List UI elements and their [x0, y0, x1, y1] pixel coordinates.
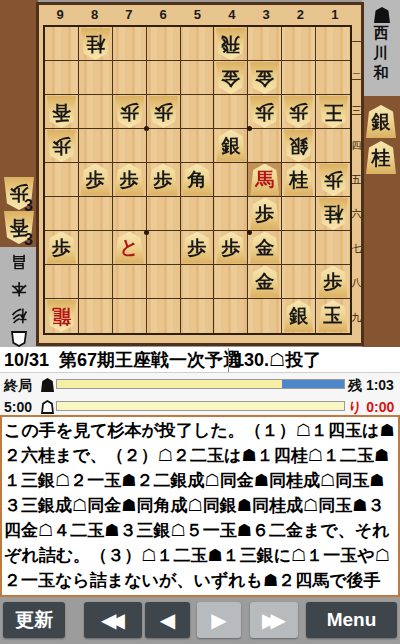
hand-piece-count: 3 — [24, 231, 33, 249]
sente-time-bar — [56, 379, 345, 389]
square-6二 — [147, 61, 181, 95]
sente-piece-馬: 馬 — [250, 164, 279, 196]
clock-panel: 終局 残 1:03 5:00 り 0:00 — [0, 373, 400, 415]
square-5二 — [181, 61, 215, 95]
current-move-label: 130.☖投了 — [234, 347, 321, 373]
square-5一 — [181, 27, 215, 61]
gote-clock-label: 5:00 — [4, 399, 32, 415]
sente-piece-金: 金 — [250, 232, 279, 264]
sente-piece-歩: 歩 — [319, 266, 348, 298]
sente-piece-玉: 玉 — [319, 300, 348, 332]
sente-piece-歩: 歩 — [182, 232, 211, 264]
square-3七: 金 — [248, 231, 282, 265]
sente-clock-row: 終局 残 1:03 — [0, 375, 400, 395]
square-8四 — [79, 129, 113, 163]
sente-piece-桂: 桂 — [284, 164, 313, 196]
square-5五: 角 — [181, 163, 215, 197]
file-coordinate-labels: 987654321 — [43, 7, 352, 23]
square-3五: 馬 — [248, 163, 282, 197]
hoshi-dot — [247, 230, 252, 235]
sente-piece-歩: 歩 — [149, 164, 178, 196]
sente-name-char: 川 — [362, 43, 400, 63]
square-3八: 金 — [248, 265, 282, 299]
rank-label-八: 八 — [351, 266, 362, 300]
square-4一: 飛 — [214, 27, 248, 61]
rank-label-一: 一 — [351, 25, 362, 59]
file-label-2: 2 — [283, 7, 317, 23]
square-3六: 歩 — [248, 197, 282, 231]
square-6九 — [147, 299, 181, 333]
rewind-to-start-button[interactable]: ◀◀ — [84, 602, 142, 638]
square-5八 — [181, 265, 215, 299]
square-9一 — [45, 27, 79, 61]
square-7二 — [113, 61, 147, 95]
file-label-1: 1 — [318, 7, 352, 23]
rank-label-四: 四 — [351, 128, 362, 162]
square-2八 — [282, 265, 316, 299]
toolbar: 更新 ◀◀ ◀ ▶ ▶▶ Menu — [0, 597, 400, 644]
time-bar-segment — [282, 380, 344, 388]
hand-piece-桂: 桂 — [366, 141, 396, 174]
square-8七 — [79, 231, 113, 265]
square-7八 — [113, 265, 147, 299]
square-1三: 王 — [316, 95, 350, 129]
square-8九 — [79, 299, 113, 333]
sente-piece-歩: 歩 — [250, 198, 279, 230]
sente-piece-角: 角 — [182, 164, 211, 196]
square-7四 — [113, 129, 147, 163]
gote-piece-桂: 桂 — [319, 198, 348, 230]
commentary-text: この手を見て杉本が投了した。（１）☖１四玉は☗２六桂まで、（２）☖２二玉は☗１四… — [4, 418, 396, 597]
file-label-4: 4 — [215, 7, 249, 23]
square-1八: 歩 — [316, 265, 350, 299]
sente-piece-と: と — [115, 232, 144, 264]
square-4三 — [214, 95, 248, 129]
sente-name-char: 西 — [362, 23, 400, 43]
sente-piece-歩: 歩 — [81, 164, 110, 196]
next-move-button[interactable]: ▶ — [197, 602, 241, 638]
gote-piece-桂: 桂 — [81, 28, 110, 60]
square-1二 — [316, 61, 350, 95]
gote-player-name: 昌本杉 — [0, 249, 38, 347]
sente-piece-歩: 歩 — [216, 232, 245, 264]
square-2五: 桂 — [282, 163, 316, 197]
gote-captured-tray: 歩3香3 — [0, 170, 38, 247]
sente-piece-銀: 銀 — [284, 300, 313, 332]
sente-name-char: 和 — [362, 63, 400, 83]
hand-piece-銀: 銀 — [366, 105, 396, 138]
square-4八 — [214, 265, 248, 299]
time-bar-segment — [57, 402, 344, 410]
gote-piece-歩: 歩 — [250, 96, 279, 128]
square-2二 — [282, 61, 316, 95]
square-5四 — [181, 129, 215, 163]
header-divider — [228, 348, 229, 372]
square-9三: 香 — [45, 95, 79, 129]
file-label-7: 7 — [112, 7, 146, 23]
square-9五 — [45, 163, 79, 197]
square-9二 — [45, 61, 79, 95]
square-1四 — [316, 129, 350, 163]
hoshi-dot — [144, 126, 149, 131]
square-4二: 金 — [214, 61, 248, 95]
square-5六 — [181, 197, 215, 231]
square-2六 — [282, 197, 316, 231]
gote-name-char: 杉 — [0, 303, 38, 330]
square-6五: 歩 — [147, 163, 181, 197]
square-2四: 銀 — [282, 129, 316, 163]
square-8一: 桂 — [79, 27, 113, 61]
square-3四 — [248, 129, 282, 163]
square-7五: 歩 — [113, 163, 147, 197]
square-2七 — [282, 231, 316, 265]
gote-piece-龍: 龍 — [47, 300, 76, 332]
square-3一 — [248, 27, 282, 61]
sente-piece-金: 金 — [250, 266, 279, 298]
square-6四 — [147, 129, 181, 163]
square-1七 — [316, 231, 350, 265]
square-1九: 玉 — [316, 299, 350, 333]
white-piece-icon — [11, 331, 27, 347]
square-9九: 龍 — [45, 299, 79, 333]
sente-piece-歩: 歩 — [115, 164, 144, 196]
sente-piece-銀: 銀 — [216, 130, 245, 162]
game-date-event: 10/31 第67期王座戦一次予選 — [4, 347, 241, 373]
square-2一 — [282, 27, 316, 61]
square-1六: 桂 — [316, 197, 350, 231]
square-8二 — [79, 61, 113, 95]
square-6一 — [147, 27, 181, 61]
file-label-8: 8 — [77, 7, 111, 23]
update-button[interactable]: 更新 — [3, 602, 65, 638]
square-8八 — [79, 265, 113, 299]
square-4四: 銀 — [214, 129, 248, 163]
square-3九 — [248, 299, 282, 333]
hoshi-dot — [144, 230, 149, 235]
square-6八 — [147, 265, 181, 299]
gote-name-char: 昌 — [0, 249, 38, 276]
rank-label-七: 七 — [351, 232, 362, 266]
menu-button[interactable]: Menu — [306, 602, 397, 638]
white-piece-icon — [41, 400, 54, 414]
square-3三: 歩 — [248, 95, 282, 129]
square-9七: 歩 — [45, 231, 79, 265]
square-5三 — [181, 95, 215, 129]
shogi-board: 桂飛金金香歩歩歩歩王歩銀銀歩歩歩角馬桂歩歩桂歩と歩歩金金歩龍銀玉 — [43, 25, 352, 335]
square-2三: 歩 — [282, 95, 316, 129]
file-label-5: 5 — [180, 7, 214, 23]
forward-to-end-button[interactable]: ▶▶ — [250, 602, 298, 638]
game-info-bar: 10/31 第67期王座戦一次予選 130.☖投了 — [0, 347, 400, 373]
sente-piece-歩: 歩 — [47, 232, 76, 264]
sente-player-name: 西川和 — [362, 23, 400, 93]
square-7六 — [113, 197, 147, 231]
hoshi-dot — [247, 126, 252, 131]
square-1五: 歩 — [316, 163, 350, 197]
square-7七: と — [113, 231, 147, 265]
black-piece-icon — [41, 378, 54, 392]
rank-label-五: 五 — [351, 163, 362, 197]
rank-label-六: 六 — [351, 197, 362, 231]
square-4七: 歩 — [214, 231, 248, 265]
left-arrow-icon: ◀ — [160, 602, 175, 638]
square-6三: 歩 — [147, 95, 181, 129]
square-9八 — [45, 265, 79, 299]
sente-captured-tray: 銀桂 — [362, 100, 400, 180]
square-4五 — [214, 163, 248, 197]
square-5九 — [181, 299, 215, 333]
square-1一 — [316, 27, 350, 61]
gote-piece-歩: 歩 — [115, 96, 144, 128]
gote-piece-歩: 歩 — [47, 130, 76, 162]
right-arrow-icon: ▶ — [211, 602, 226, 638]
square-4九 — [214, 299, 248, 333]
square-3二: 金 — [248, 61, 282, 95]
gote-piece-王: 王 — [319, 96, 348, 128]
square-8五: 歩 — [79, 163, 113, 197]
gote-piece-金: 金 — [216, 62, 245, 94]
file-label-3: 3 — [249, 7, 283, 23]
square-9四: 歩 — [45, 129, 79, 163]
gote-name-char: 本 — [0, 276, 38, 303]
square-6七 — [147, 231, 181, 265]
square-9六 — [45, 197, 79, 231]
gote-clock-row: 5:00 り 0:00 — [0, 397, 400, 417]
file-label-6: 6 — [146, 7, 180, 23]
gote-piece-歩: 歩 — [319, 164, 348, 196]
time-bar-segment — [57, 380, 282, 388]
commentary-box[interactable]: この手を見て杉本が投了した。（１）☖１四玉は☗２六桂まで、（２）☖２二玉は☗１四… — [0, 415, 400, 597]
sente-clock-label: 終局 — [4, 377, 32, 395]
sente-time-remaining: 残 1:03 — [348, 377, 394, 395]
square-5七: 歩 — [181, 231, 215, 265]
rank-label-三: 三 — [351, 94, 362, 128]
file-label-9: 9 — [43, 7, 77, 23]
rank-coordinate-labels: 一二三四五六七八九 — [351, 25, 362, 335]
previous-move-button[interactable]: ◀ — [145, 602, 190, 638]
gote-piece-歩: 歩 — [149, 96, 178, 128]
gote-piece-香: 香 — [47, 96, 76, 128]
gote-piece-金: 金 — [250, 62, 279, 94]
gote-piece-飛: 飛 — [216, 28, 245, 60]
rank-label-二: 二 — [351, 59, 362, 93]
gote-piece-歩: 歩 — [284, 96, 313, 128]
square-2九: 銀 — [282, 299, 316, 333]
square-8六 — [79, 197, 113, 231]
gote-piece-銀: 銀 — [284, 130, 313, 162]
square-7一 — [113, 27, 147, 61]
square-6六 — [147, 197, 181, 231]
square-8三 — [79, 95, 113, 129]
square-4六 — [214, 197, 248, 231]
rank-label-九: 九 — [351, 301, 362, 335]
square-7三: 歩 — [113, 95, 147, 129]
gote-time-bar — [56, 401, 345, 411]
square-7九 — [113, 299, 147, 333]
